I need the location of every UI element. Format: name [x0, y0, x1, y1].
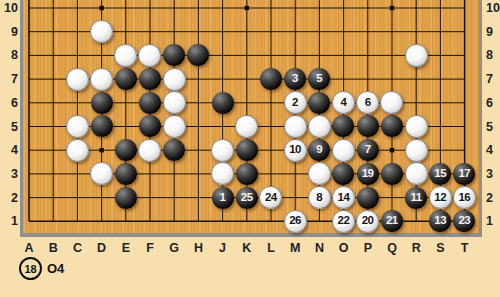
stone-M6: 2 [284, 91, 307, 114]
stone-E3 [115, 163, 137, 185]
stone-H8 [187, 44, 209, 66]
stone-E2 [115, 187, 137, 209]
row-label-left-3: 3 [1, 167, 18, 181]
stone-number-S3: 15 [434, 168, 446, 180]
stone-number-N7: 5 [316, 73, 322, 85]
stone-O5 [332, 115, 354, 137]
stone-F7 [139, 68, 161, 90]
row-label-right-7: 7 [486, 72, 500, 86]
col-label-G: G [164, 241, 184, 255]
stone-C4 [66, 139, 89, 162]
move-annotation: 18 O4 [19, 257, 64, 280]
col-label-B: B [43, 241, 63, 255]
stone-K5 [235, 115, 258, 138]
go-board: 3524610971915171252481411121626222021132… [20, 0, 482, 237]
stone-N3 [308, 162, 331, 185]
stone-P1: 20 [356, 210, 379, 233]
stone-M4: 10 [284, 139, 307, 162]
go-kifu-diagram: 3524610971915171252481411121626222021132… [0, 0, 500, 297]
col-label-P: P [358, 241, 378, 255]
stone-D6 [91, 92, 113, 114]
stone-O2: 14 [332, 186, 355, 209]
stone-F6 [139, 92, 161, 114]
row-label-right-9: 9 [486, 25, 500, 39]
stone-number-M6: 2 [292, 97, 298, 109]
stone-number-M7: 3 [292, 73, 298, 85]
stone-F4 [138, 139, 161, 162]
stone-N6 [308, 92, 330, 114]
stone-O4 [332, 139, 355, 162]
stone-F8 [138, 44, 161, 67]
stone-E4 [115, 139, 137, 161]
stone-number-T2: 16 [458, 192, 470, 204]
stone-T2: 16 [453, 186, 476, 209]
stone-number-P6: 6 [365, 97, 371, 109]
stone-Q6 [380, 91, 403, 114]
stone-F5 [139, 115, 161, 137]
stone-G7 [163, 68, 186, 91]
stone-number-M4: 10 [289, 144, 301, 156]
stone-G6 [163, 91, 186, 114]
stone-R8 [405, 44, 428, 67]
stone-J2: 1 [212, 187, 234, 209]
stone-R5 [405, 115, 428, 138]
stone-Q3 [381, 163, 403, 185]
stone-S2: 12 [429, 186, 452, 209]
stone-number-T1: 23 [458, 215, 470, 227]
row-label-left-7: 7 [1, 72, 18, 86]
stone-number-R2: 11 [410, 192, 421, 204]
stone-P2 [357, 187, 379, 209]
stone-N2: 8 [308, 186, 331, 209]
stone-Q1: 21 [381, 210, 403, 232]
col-label-J: J [213, 241, 233, 255]
stone-C5 [66, 115, 89, 138]
stone-T1: 23 [453, 210, 475, 232]
col-label-K: K [237, 241, 257, 255]
stone-M1: 26 [284, 210, 307, 233]
col-label-S: S [430, 241, 450, 255]
stone-D3 [90, 162, 113, 185]
stone-R3 [405, 162, 428, 185]
stone-N7: 5 [308, 68, 330, 90]
stone-P5 [357, 115, 379, 137]
stone-R2: 11 [405, 187, 427, 209]
col-label-L: L [261, 241, 281, 255]
row-label-right-8: 8 [486, 48, 500, 62]
stone-R4 [405, 139, 428, 162]
row-label-right-3: 3 [486, 167, 500, 181]
stone-K3 [236, 163, 258, 185]
stone-C7 [66, 68, 89, 91]
row-label-left-5: 5 [1, 120, 18, 134]
stone-number-K2: 25 [241, 192, 253, 204]
stone-number-O2: 14 [338, 192, 350, 204]
stone-number-N2: 8 [316, 192, 322, 204]
col-label-C: C [67, 241, 87, 255]
stone-number-S2: 12 [434, 192, 446, 204]
stone-J4 [211, 139, 234, 162]
stone-number-J2: 1 [220, 192, 226, 204]
stone-number-P1: 20 [362, 215, 374, 227]
row-label-left-6: 6 [1, 96, 18, 110]
stone-D9 [90, 20, 113, 43]
row-label-left-1: 1 [1, 214, 18, 228]
stone-S1: 13 [429, 210, 451, 232]
stone-G5 [163, 115, 186, 138]
col-label-H: H [188, 241, 208, 255]
stone-number-N4: 9 [316, 144, 322, 156]
stone-S3: 15 [429, 163, 451, 185]
col-label-R: R [406, 241, 426, 255]
stone-T3: 17 [453, 163, 475, 185]
stone-D5 [91, 115, 113, 137]
col-label-T: T [455, 241, 475, 255]
annotation-move-location: O4 [47, 261, 64, 276]
annotation-move-number-circle: 18 [19, 257, 42, 280]
col-label-A: A [19, 241, 39, 255]
stone-O6: 4 [332, 91, 355, 114]
col-label-Q: Q [382, 241, 402, 255]
row-label-right-10: 10 [486, 1, 500, 15]
col-label-N: N [309, 241, 329, 255]
stone-number-S1: 13 [434, 215, 446, 227]
row-label-right-4: 4 [486, 143, 500, 157]
stone-O1: 22 [332, 210, 355, 233]
stone-number-M1: 26 [289, 215, 301, 227]
row-label-left-4: 4 [1, 143, 18, 157]
col-label-D: D [92, 241, 112, 255]
stone-number-O1: 22 [338, 215, 350, 227]
stone-number-O6: 4 [340, 97, 346, 109]
row-label-left-2: 2 [1, 191, 18, 205]
stone-G4 [163, 139, 185, 161]
stone-K4 [236, 139, 258, 161]
stone-J3 [211, 162, 234, 185]
col-label-O: O [334, 241, 354, 255]
stone-O3 [332, 163, 354, 185]
col-label-E: E [116, 241, 136, 255]
row-label-left-10: 10 [1, 1, 18, 15]
stone-L7 [260, 68, 282, 90]
stone-P4: 7 [357, 139, 379, 161]
stone-K2: 25 [236, 187, 258, 209]
col-label-F: F [140, 241, 160, 255]
stones-grid: 3524610971915171252481411121626222021132… [17, 0, 477, 233]
stone-L2: 24 [259, 186, 282, 209]
col-label-M: M [285, 241, 305, 255]
row-label-left-9: 9 [1, 25, 18, 39]
stone-number-P4: 7 [365, 144, 371, 156]
stone-G8 [163, 44, 185, 66]
stone-E8 [114, 44, 137, 67]
stone-P6: 6 [356, 91, 379, 114]
row-label-right-6: 6 [486, 96, 500, 110]
row-label-right-2: 2 [486, 191, 500, 205]
stone-number-L2: 24 [265, 192, 277, 204]
stone-N4: 9 [308, 139, 330, 161]
row-label-right-1: 1 [486, 214, 500, 228]
stone-N5 [308, 115, 331, 138]
stone-number-T3: 17 [458, 168, 470, 180]
row-label-left-8: 8 [1, 48, 18, 62]
stone-J6 [212, 92, 234, 114]
stone-M7: 3 [284, 68, 306, 90]
stone-M5 [284, 115, 307, 138]
stone-E7 [115, 68, 137, 90]
stone-number-P3: 19 [362, 168, 374, 180]
stone-number-Q1: 21 [386, 215, 398, 227]
stone-D7 [90, 68, 113, 91]
row-label-right-5: 5 [486, 120, 500, 134]
stone-Q5 [381, 115, 403, 137]
stone-P3: 19 [357, 163, 379, 185]
